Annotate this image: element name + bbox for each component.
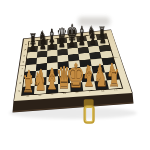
file-label-e: e xyxy=(76,91,79,94)
rank-label-3: 3 xyxy=(20,74,22,76)
rank-label-1: 1 xyxy=(18,90,21,93)
file-label-h: h xyxy=(114,88,117,91)
rank-label-7: 7 xyxy=(24,49,26,51)
file-label-g: g xyxy=(101,89,104,92)
rank-label-2: 2 xyxy=(19,82,22,85)
rank-label-5: 5 xyxy=(22,61,24,63)
file-label-b: b xyxy=(39,94,42,97)
chess-set-photo: abcdefgh87654321 ♜♞♝♛♚♝♞♜♟♟♟♟♟♟♟♟♟♟♟♟♟♟♟… xyxy=(0,0,150,150)
watermark-smudge xyxy=(78,17,110,26)
rank-label-4: 4 xyxy=(21,67,23,69)
file-label-c: c xyxy=(51,93,53,96)
chess-board: abcdefgh87654321 xyxy=(14,30,132,101)
board-squares xyxy=(22,34,122,95)
rank-label-8: 8 xyxy=(25,44,27,46)
rank-label-6: 6 xyxy=(23,55,25,57)
file-label-f: f xyxy=(89,90,91,93)
file-label-d: d xyxy=(63,92,66,95)
file-label-a: a xyxy=(27,95,30,98)
